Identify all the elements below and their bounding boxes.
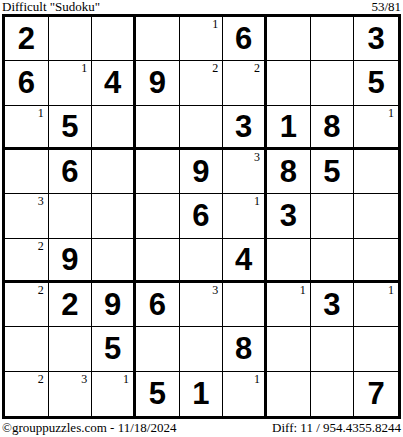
cell-digit: 6 — [18, 67, 35, 98]
sudoku-cell-r3c9: 1 — [354, 106, 398, 150]
cell-digit: 5 — [149, 378, 166, 409]
sudoku-cell-r8c1 — [5, 327, 49, 371]
sudoku-cell-r8c9 — [354, 327, 398, 371]
pencil-mark: 1 — [388, 106, 394, 120]
puzzle-footer: ©grouppuzzles.com - 11/18/2024 Diff: 11 … — [2, 420, 401, 435]
sudoku-cell-r6c9 — [354, 239, 398, 283]
sudoku-cell-r4c2: 6 — [49, 150, 93, 194]
pencil-mark: 1 — [38, 106, 44, 120]
sudoku-cell-r3c8: 8 — [311, 106, 355, 150]
pencil-mark: 1 — [254, 372, 260, 386]
sudoku-cell-r2c6: 2 — [223, 61, 267, 105]
sudoku-cell-r8c5 — [180, 327, 224, 371]
sudoku-cell-r4c4 — [136, 150, 180, 194]
sudoku-cell-r5c9 — [354, 194, 398, 238]
pencil-mark: 1 — [123, 372, 129, 386]
cell-digit: 9 — [149, 67, 166, 98]
pencil-mark: 3 — [38, 194, 44, 208]
sudoku-cell-r9c6: 1 — [223, 372, 267, 416]
cell-digit: 8 — [323, 111, 340, 142]
sudoku-board: 2163614922515318169385361329422963131582… — [2, 14, 401, 419]
sudoku-cell-r8c2 — [49, 327, 93, 371]
sudoku-cell-r8c3: 5 — [92, 327, 136, 371]
cell-digit: 9 — [104, 289, 121, 320]
sudoku-cell-r7c3: 9 — [92, 283, 136, 327]
sudoku-cell-r9c4: 5 — [136, 372, 180, 416]
sudoku-cell-r7c9: 1 — [354, 283, 398, 327]
cell-digit: 8 — [235, 333, 252, 364]
pencil-mark: 2 — [38, 372, 44, 386]
sudoku-cell-r3c7: 1 — [267, 106, 311, 150]
pencil-mark: 1 — [388, 283, 394, 297]
sudoku-cell-r7c1: 2 — [5, 283, 49, 327]
cell-digit: 6 — [61, 156, 78, 187]
sudoku-cell-r8c6: 8 — [223, 327, 267, 371]
cell-digit: 7 — [368, 378, 385, 409]
sudoku-cell-r5c5: 6 — [180, 194, 224, 238]
cell-digit: 1 — [192, 378, 209, 409]
pencil-mark: 2 — [254, 61, 260, 75]
sudoku-cell-r2c7 — [267, 61, 311, 105]
cell-digit: 9 — [61, 244, 78, 275]
sudoku-cell-r1c4 — [136, 17, 180, 61]
sudoku-cell-r1c6: 6 — [223, 17, 267, 61]
sudoku-cell-r9c2: 3 — [49, 372, 93, 416]
sudoku-cell-r2c5: 2 — [180, 61, 224, 105]
cells-remaining-counter: 53/81 — [371, 0, 401, 14]
sudoku-cell-r8c4 — [136, 327, 180, 371]
sudoku-cell-r6c4 — [136, 239, 180, 283]
cell-digit: 5 — [104, 333, 121, 364]
sudoku-cell-r1c3 — [92, 17, 136, 61]
sudoku-cell-r5c2 — [49, 194, 93, 238]
cell-digit: 5 — [323, 156, 340, 187]
sudoku-cell-r5c4 — [136, 194, 180, 238]
sudoku-cell-r5c6: 1 — [223, 194, 267, 238]
sudoku-cell-r4c9 — [354, 150, 398, 194]
sudoku-puzzle-page: Difficult "Sudoku" 53/81 216361492251531… — [0, 0, 403, 437]
sudoku-cell-r2c9: 5 — [354, 61, 398, 105]
sudoku-cell-r3c5 — [180, 106, 224, 150]
sudoku-cell-r9c9: 7 — [354, 372, 398, 416]
sudoku-cell-r2c8 — [311, 61, 355, 105]
sudoku-cell-r9c8 — [311, 372, 355, 416]
pencil-mark: 1 — [212, 17, 218, 31]
sudoku-cell-r6c5 — [180, 239, 224, 283]
sudoku-cell-r4c8: 5 — [311, 150, 355, 194]
pencil-mark: 2 — [38, 283, 44, 297]
sudoku-cell-r3c3 — [92, 106, 136, 150]
cell-digit: 8 — [280, 156, 297, 187]
sudoku-cell-r7c7: 1 — [267, 283, 311, 327]
cell-digit: 3 — [368, 23, 385, 54]
sudoku-cell-r6c7 — [267, 239, 311, 283]
sudoku-cell-r2c2: 1 — [49, 61, 93, 105]
sudoku-cell-r9c7 — [267, 372, 311, 416]
sudoku-cell-r9c3: 1 — [92, 372, 136, 416]
sudoku-cell-r1c5: 1 — [180, 17, 224, 61]
sudoku-cell-r4c7: 8 — [267, 150, 311, 194]
sudoku-cell-r7c6 — [223, 283, 267, 327]
cell-digit: 3 — [235, 111, 252, 142]
copyright-date: ©grouppuzzles.com - 11/18/2024 — [2, 420, 176, 435]
sudoku-cell-r8c7 — [267, 327, 311, 371]
difficulty-info: Diff: 11 / 954.4355.8244 — [272, 420, 401, 435]
pencil-mark: 3 — [81, 372, 87, 386]
sudoku-cell-r2c3: 4 — [92, 61, 136, 105]
cell-digit: 3 — [280, 200, 297, 231]
cell-digit: 5 — [61, 111, 78, 142]
sudoku-cell-r7c4: 6 — [136, 283, 180, 327]
pencil-mark: 1 — [81, 61, 87, 75]
sudoku-cell-r5c3 — [92, 194, 136, 238]
sudoku-cell-r4c3 — [92, 150, 136, 194]
sudoku-cell-r3c4 — [136, 106, 180, 150]
pencil-mark: 1 — [300, 283, 306, 297]
cell-digit: 6 — [149, 289, 166, 320]
sudoku-cell-r6c6: 4 — [223, 239, 267, 283]
cell-digit: 4 — [235, 244, 252, 275]
sudoku-cell-r1c8 — [311, 17, 355, 61]
sudoku-cell-r3c6: 3 — [223, 106, 267, 150]
sudoku-cell-r9c1: 2 — [5, 372, 49, 416]
sudoku-cell-r5c8 — [311, 194, 355, 238]
sudoku-cell-r6c3 — [92, 239, 136, 283]
sudoku-cell-r2c1: 6 — [5, 61, 49, 105]
cell-digit: 5 — [368, 67, 385, 98]
sudoku-cell-r7c2: 2 — [49, 283, 93, 327]
sudoku-cell-r1c1: 2 — [5, 17, 49, 61]
sudoku-cell-r7c5: 3 — [180, 283, 224, 327]
sudoku-cell-r4c1 — [5, 150, 49, 194]
cell-digit: 6 — [192, 200, 209, 231]
cell-digit: 4 — [104, 67, 121, 98]
sudoku-cell-r8c8 — [311, 327, 355, 371]
sudoku-cell-r5c7: 3 — [267, 194, 311, 238]
sudoku-cell-r4c5: 9 — [180, 150, 224, 194]
sudoku-cell-r3c2: 5 — [49, 106, 93, 150]
pencil-mark: 1 — [254, 194, 260, 208]
sudoku-cell-r9c5: 1 — [180, 372, 224, 416]
cell-digit: 2 — [18, 23, 35, 54]
puzzle-header: Difficult "Sudoku" 53/81 — [2, 0, 401, 14]
pencil-mark: 2 — [212, 61, 218, 75]
sudoku-cell-r1c7 — [267, 17, 311, 61]
sudoku-cell-r6c2: 9 — [49, 239, 93, 283]
cell-digit: 3 — [323, 289, 340, 320]
pencil-mark: 2 — [38, 239, 44, 253]
sudoku-cell-r6c8 — [311, 239, 355, 283]
pencil-mark: 3 — [254, 150, 260, 164]
sudoku-cell-r3c1: 1 — [5, 106, 49, 150]
sudoku-cell-r7c8: 3 — [311, 283, 355, 327]
puzzle-title: Difficult "Sudoku" — [2, 0, 100, 14]
sudoku-cell-r2c4: 9 — [136, 61, 180, 105]
cell-digit: 6 — [235, 23, 252, 54]
sudoku-cell-r1c9: 3 — [354, 17, 398, 61]
cell-digit: 9 — [192, 156, 209, 187]
pencil-mark: 3 — [212, 283, 218, 297]
sudoku-cell-r6c1: 2 — [5, 239, 49, 283]
sudoku-cell-r5c1: 3 — [5, 194, 49, 238]
cell-digit: 2 — [61, 289, 78, 320]
sudoku-cell-r4c6: 3 — [223, 150, 267, 194]
cell-digit: 1 — [280, 111, 297, 142]
sudoku-cell-r1c2 — [49, 17, 93, 61]
